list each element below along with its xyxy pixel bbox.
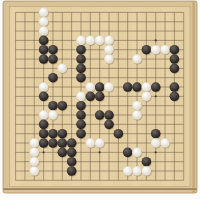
black-stone	[39, 45, 49, 55]
white-stone	[104, 82, 114, 92]
black-stone	[95, 92, 105, 102]
white-stone	[39, 17, 49, 27]
white-stone	[76, 36, 86, 46]
white-stone	[151, 138, 161, 148]
white-stone	[142, 82, 152, 92]
black-stone	[95, 110, 105, 120]
white-stone	[86, 36, 96, 46]
white-stone	[104, 36, 114, 46]
white-stone	[132, 101, 142, 111]
star-point	[99, 151, 101, 153]
white-stone	[160, 138, 170, 148]
black-stone	[151, 129, 161, 139]
white-stone	[142, 166, 152, 176]
white-stone	[95, 138, 105, 148]
white-stone	[39, 26, 49, 36]
white-stone	[29, 166, 39, 176]
white-stone	[48, 110, 58, 120]
white-stone	[132, 166, 142, 176]
white-stone	[86, 82, 96, 92]
black-stone	[48, 73, 58, 83]
star-point	[155, 151, 157, 153]
black-stone	[95, 82, 105, 92]
black-stone	[48, 101, 58, 111]
white-stone	[29, 138, 39, 148]
white-stone	[123, 166, 133, 176]
white-stone	[76, 92, 86, 102]
black-stone	[58, 138, 68, 148]
black-stone	[76, 120, 86, 130]
white-stone	[132, 110, 142, 120]
go-board-photo	[0, 0, 200, 200]
black-stone	[170, 45, 180, 55]
black-stone	[170, 82, 180, 92]
black-stone	[39, 36, 49, 46]
black-stone	[39, 129, 49, 139]
black-stone	[170, 92, 180, 102]
black-stone	[58, 101, 68, 111]
white-stone	[39, 8, 49, 18]
black-stone	[114, 129, 124, 139]
black-stone	[39, 54, 49, 64]
white-stone	[151, 45, 161, 55]
black-stone	[76, 45, 86, 55]
black-stone	[67, 138, 77, 148]
black-stone	[76, 110, 86, 120]
black-stone	[123, 148, 133, 158]
black-stone	[132, 82, 142, 92]
black-stone	[86, 92, 96, 102]
star-point	[43, 151, 45, 153]
black-stone	[67, 166, 77, 176]
star-point	[155, 95, 157, 97]
white-stone	[29, 157, 39, 167]
star-point	[155, 39, 157, 41]
black-stone	[76, 54, 86, 64]
black-stone	[104, 120, 114, 130]
black-stone	[123, 82, 133, 92]
black-stone	[104, 110, 114, 120]
black-stone	[39, 92, 49, 102]
black-stone	[48, 138, 58, 148]
black-stone	[67, 157, 77, 167]
black-stone	[48, 129, 58, 139]
black-stone	[58, 148, 68, 158]
frame-bottom-trim	[4, 188, 197, 190]
white-stone	[160, 45, 170, 55]
black-stone	[76, 129, 86, 139]
white-stone	[39, 82, 49, 92]
white-stone	[132, 148, 142, 158]
black-stone	[39, 138, 49, 148]
black-stone	[58, 129, 68, 139]
white-stone	[142, 92, 152, 102]
black-stone	[142, 45, 152, 55]
white-stone	[95, 36, 105, 46]
black-stone	[170, 54, 180, 64]
white-stone	[29, 148, 39, 158]
black-stone	[76, 64, 86, 74]
black-stone	[67, 148, 77, 158]
black-stone	[142, 157, 152, 167]
white-stone	[104, 54, 114, 64]
black-stone	[151, 82, 161, 92]
white-stone	[132, 54, 142, 64]
black-stone	[48, 54, 58, 64]
white-stone	[58, 64, 68, 74]
go-board[interactable]	[0, 0, 200, 200]
black-stone	[76, 101, 86, 111]
white-stone	[86, 138, 96, 148]
black-stone	[48, 45, 58, 55]
black-stone	[170, 64, 180, 74]
black-stone	[76, 73, 86, 83]
frame-right-trim	[193, 2, 195, 193]
white-stone	[104, 45, 114, 55]
white-stone	[39, 110, 49, 120]
black-stone	[39, 120, 49, 130]
